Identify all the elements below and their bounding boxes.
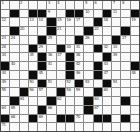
white-cell-r14c13[interactable] [112, 115, 120, 123]
white-cell-r13c11[interactable]: 67 [94, 106, 102, 114]
white-cell-r1c7[interactable]: 4 [57, 1, 65, 9]
white-cell-r6c1[interactable]: 28 [1, 45, 9, 53]
clue-number: 63 [94, 97, 99, 101]
white-cell-r14c2[interactable]: 68 [10, 115, 18, 123]
white-cell-r11c8[interactable]: 58 [66, 88, 74, 96]
white-cell-r11c4[interactable]: 56 [29, 88, 37, 96]
clue-number: 60 [103, 88, 108, 92]
white-cell-r4c15[interactable] [131, 27, 139, 35]
clue-number: 9 [47, 10, 50, 14]
black-cell-r2c2 [10, 10, 18, 18]
white-cell-r2c14[interactable] [121, 10, 129, 18]
white-cell-r3c15[interactable]: 19 [131, 18, 139, 26]
white-cell-r10c11[interactable] [94, 80, 102, 88]
white-cell-r15c6[interactable] [47, 123, 55, 131]
white-cell-r8c7[interactable] [57, 62, 65, 70]
black-cell-r9c11 [94, 71, 102, 79]
black-cell-r7c12 [103, 53, 111, 61]
black-cell-r2c15 [131, 10, 139, 18]
clue-number: 42 [75, 62, 80, 66]
clue-number: 65 [10, 106, 15, 110]
white-cell-r11c5[interactable]: 57 [38, 88, 46, 96]
white-cell-r5c2[interactable]: 24 [10, 36, 18, 44]
white-cell-r6c10[interactable] [84, 45, 92, 53]
clue-number: 39 [112, 53, 117, 57]
white-cell-r12c5[interactable] [38, 97, 46, 105]
black-cell-r5c5 [38, 36, 46, 44]
clue-number: 11 [112, 10, 117, 14]
black-cell-r4c2 [10, 27, 18, 35]
black-cell-r10c12 [103, 80, 111, 88]
black-cell-r2c4 [29, 10, 37, 18]
white-cell-r13c8[interactable] [66, 106, 74, 114]
white-cell-r15c5[interactable] [38, 123, 46, 131]
white-cell-r1c3[interactable]: 2 [20, 1, 28, 9]
white-cell-r15c13[interactable] [112, 123, 120, 131]
clue-number: 16 [66, 18, 71, 22]
black-cell-r11c7 [57, 88, 65, 96]
white-cell-r11c6[interactable] [47, 88, 55, 96]
clue-number: 66 [47, 106, 52, 110]
clue-number: 6 [94, 1, 97, 5]
clue-number: 17 [75, 18, 80, 22]
white-cell-r1c10[interactable]: 5 [84, 1, 92, 9]
white-cell-r6c13[interactable]: 33 [112, 45, 120, 53]
clue-number: 15 [57, 18, 62, 22]
white-cell-r15c3[interactable] [20, 123, 28, 131]
white-cell-r4c7[interactable]: 21 [57, 27, 65, 35]
white-cell-r14c6[interactable] [47, 115, 55, 123]
white-cell-r6c6[interactable] [47, 45, 55, 53]
white-cell-r15c11[interactable] [94, 123, 102, 131]
white-cell-r13c1[interactable]: 64 [1, 106, 9, 114]
clue-number: 56 [29, 88, 34, 92]
white-cell-r8c6[interactable]: 41 [47, 62, 55, 70]
white-cell-r7c3[interactable] [20, 53, 28, 61]
white-cell-r12c4[interactable] [29, 97, 37, 105]
white-cell-r13c13[interactable] [112, 106, 120, 114]
clue-number: 26 [84, 36, 89, 40]
clue-number: 51 [47, 80, 52, 84]
black-cell-r8c8 [66, 62, 74, 70]
white-cell-r8c2[interactable]: 40 [10, 62, 18, 70]
clue-number: 22 [94, 27, 99, 31]
white-cell-r10c4[interactable]: 50 [29, 80, 37, 88]
clue-number: 61 [20, 97, 25, 101]
white-cell-r8c14[interactable] [121, 62, 129, 70]
white-cell-r13c6[interactable]: 66 [47, 106, 55, 114]
white-cell-r11c14[interactable] [121, 88, 129, 96]
white-cell-r2c6[interactable]: 9 [47, 10, 55, 18]
white-cell-r10c2[interactable] [10, 80, 18, 88]
white-cell-r8c9[interactable]: 42 [75, 62, 83, 70]
white-cell-r10c13[interactable]: 54 [112, 80, 120, 88]
black-cell-r8c15 [131, 62, 139, 70]
white-cell-r9c15[interactable]: 48 [131, 71, 139, 79]
black-cell-r2c8 [66, 10, 74, 18]
white-cell-r8c3[interactable] [20, 62, 28, 70]
white-cell-r2c1[interactable] [1, 10, 9, 18]
white-cell-r3c4[interactable]: 13 [29, 18, 37, 26]
black-cell-r4c6 [47, 27, 55, 35]
clue-number: 10 [84, 10, 89, 14]
white-cell-r10c10[interactable]: 53 [84, 80, 92, 88]
white-cell-r9c2[interactable] [10, 71, 18, 79]
black-cell-r14c4 [29, 115, 37, 123]
clue-number: 32 [103, 45, 108, 49]
white-cell-r5c12[interactable] [103, 36, 111, 44]
clue-number: 27 [121, 36, 126, 40]
black-cell-r14c7 [57, 115, 65, 123]
black-cell-r9c4 [29, 71, 37, 79]
white-cell-r8c12[interactable]: 43 [103, 62, 111, 70]
black-cell-r14c14 [121, 115, 129, 123]
white-cell-r3c5[interactable]: 14 [38, 18, 46, 26]
white-cell-r4c3[interactable]: 20 [20, 27, 28, 35]
white-cell-r5c14[interactable]: 27 [121, 36, 129, 44]
clue-number: 54 [112, 80, 117, 84]
black-cell-r10c9 [75, 80, 83, 88]
white-cell-r12c3[interactable]: 61 [20, 97, 28, 105]
white-cell-r6c12[interactable]: 32 [103, 45, 111, 53]
black-cell-r4c10 [84, 27, 92, 35]
clue-number: 43 [103, 62, 108, 66]
white-cell-r10c15[interactable] [131, 80, 139, 88]
black-cell-r8c1 [1, 62, 9, 70]
white-cell-r4c1[interactable] [1, 27, 9, 35]
white-cell-r7c10[interactable] [84, 53, 92, 61]
white-cell-r2c13[interactable]: 11 [112, 10, 120, 18]
white-cell-r5c6[interactable]: 25 [47, 36, 55, 44]
white-cell-r9c13[interactable] [112, 71, 120, 79]
white-cell-r10c14[interactable] [121, 80, 129, 88]
white-cell-r3c8[interactable]: 16 [66, 18, 74, 26]
black-cell-r12c6 [47, 97, 55, 105]
black-cell-r12c10 [84, 97, 92, 105]
clue-number: 40 [10, 62, 15, 66]
white-cell-r9c10[interactable] [84, 71, 92, 79]
white-cell-r6c5[interactable]: 29 [38, 45, 46, 53]
clue-number: 4 [57, 1, 60, 5]
clue-number: 45 [38, 71, 43, 75]
white-cell-r4c12[interactable] [103, 27, 111, 35]
clue-number: 28 [1, 45, 6, 49]
white-cell-r15c12[interactable] [103, 123, 111, 131]
clue-number: 70 [75, 115, 80, 119]
white-cell-r14c9[interactable]: 70 [75, 115, 83, 123]
white-cell-r4c8[interactable] [66, 27, 74, 35]
white-cell-r5c4[interactable] [29, 36, 37, 44]
white-cell-r1c13[interactable]: 7 [112, 1, 120, 9]
clue-number: 64 [1, 106, 6, 110]
white-cell-r13c15[interactable] [131, 106, 139, 114]
clue-number: 68 [10, 115, 15, 119]
clue-number: 49 [1, 80, 6, 84]
white-cell-r11c10[interactable] [84, 88, 92, 96]
clue-number: 3 [47, 1, 50, 5]
clue-number: 19 [131, 18, 136, 22]
white-cell-r9c6[interactable] [47, 71, 55, 79]
black-cell-r6c7 [57, 45, 65, 53]
clue-number: 5 [84, 1, 87, 5]
white-cell-r7c13[interactable]: 39 [112, 53, 120, 61]
clue-number: 8 [121, 1, 124, 5]
clue-number: 58 [66, 88, 71, 92]
white-cell-r14c5[interactable]: 69 [38, 115, 46, 123]
white-cell-r5c8[interactable] [66, 36, 74, 44]
black-cell-r5c13 [112, 36, 120, 44]
white-cell-r1c2[interactable] [10, 1, 18, 9]
clue-number: 13 [29, 18, 34, 22]
white-cell-r8c13[interactable] [112, 62, 120, 70]
white-cell-r7c2[interactable] [10, 53, 18, 61]
white-cell-r7c9[interactable]: 38 [75, 53, 83, 61]
white-cell-r11c1[interactable]: 55 [1, 88, 9, 96]
white-cell-r10c7[interactable] [57, 80, 65, 88]
white-cell-r6c8[interactable]: 30 [66, 45, 74, 53]
white-cell-r3c2[interactable] [10, 18, 18, 26]
black-cell-r14c12 [103, 115, 111, 123]
white-cell-r9c9[interactable]: 46 [75, 71, 83, 79]
white-cell-r11c15[interactable] [131, 88, 139, 96]
black-cell-r12c14 [121, 97, 129, 105]
white-cell-r12c7[interactable]: 62 [57, 97, 65, 105]
white-cell-r4c11[interactable]: 22 [94, 27, 102, 35]
white-cell-r15c15[interactable] [131, 123, 139, 131]
white-cell-r9c14[interactable] [121, 71, 129, 79]
white-cell-r5c10[interactable]: 26 [84, 36, 92, 44]
black-cell-r13c5 [38, 106, 46, 114]
white-cell-r14c3[interactable] [20, 115, 28, 123]
clue-number: 18 [103, 18, 108, 22]
white-cell-r11c13[interactable] [112, 88, 120, 96]
white-cell-r6c3[interactable] [20, 45, 28, 53]
clue-number: 31 [75, 45, 80, 49]
white-cell-r11c9[interactable]: 59 [75, 88, 83, 96]
white-cell-r1c6[interactable]: 3 [47, 1, 55, 9]
clue-number: 37 [57, 53, 62, 57]
white-cell-r15c4[interactable] [29, 123, 37, 131]
white-cell-r15c8[interactable] [66, 123, 74, 131]
black-cell-r8c11 [94, 62, 102, 70]
white-cell-r14c15[interactable] [131, 115, 139, 123]
black-cell-r2c12 [103, 10, 111, 18]
white-cell-r13c12[interactable] [103, 106, 111, 114]
white-cell-r7c4[interactable]: 35 [29, 53, 37, 61]
black-cell-r14c1 [1, 115, 9, 123]
white-cell-r10c1[interactable]: 49 [1, 80, 9, 88]
white-cell-r3c14[interactable] [121, 18, 129, 26]
white-cell-r3c3[interactable] [20, 18, 28, 26]
white-cell-r2c10[interactable]: 10 [84, 10, 92, 18]
white-cell-r12c11[interactable]: 63 [94, 97, 102, 105]
black-cell-r12c2 [10, 97, 18, 105]
white-cell-r9c1[interactable]: 44 [1, 71, 9, 79]
white-cell-r3c13[interactable] [112, 18, 120, 26]
white-cell-r4c13[interactable] [112, 27, 120, 35]
white-cell-r12c1[interactable] [1, 97, 9, 105]
white-cell-r12c8[interactable] [66, 97, 74, 105]
white-cell-r1c1[interactable]: 1 [1, 1, 9, 9]
black-cell-r14c11 [94, 115, 102, 123]
clue-number: 57 [38, 88, 43, 92]
white-cell-r1c12[interactable] [103, 1, 111, 9]
black-cell-r7c8 [66, 53, 74, 61]
clue-number: 24 [10, 36, 15, 40]
white-cell-r1c15[interactable] [131, 1, 139, 9]
clue-number: 21 [57, 27, 62, 31]
black-cell-r2c5 [38, 10, 46, 18]
white-cell-r7c7[interactable]: 37 [57, 53, 65, 61]
white-cell-r12c13[interactable] [112, 97, 120, 105]
white-cell-r1c11[interactable]: 6 [94, 1, 102, 9]
white-cell-r5c7[interactable] [57, 36, 65, 44]
white-cell-r1c8[interactable] [66, 1, 74, 9]
white-cell-r2c11[interactable] [94, 10, 102, 18]
clue-number: 36 [47, 53, 52, 57]
white-cell-r6c14[interactable] [121, 45, 129, 53]
white-cell-r3c7[interactable]: 15 [57, 18, 65, 26]
clue-number: 50 [29, 80, 34, 84]
white-cell-r9c3[interactable] [20, 71, 28, 79]
clue-number: 62 [57, 97, 62, 101]
clue-number: 59 [75, 88, 80, 92]
white-cell-r10c6[interactable]: 51 [47, 80, 55, 88]
clue-number: 41 [47, 62, 52, 66]
clue-number: 33 [112, 45, 117, 49]
white-cell-r5c11[interactable] [94, 36, 102, 44]
white-cell-r5c3[interactable] [20, 36, 28, 44]
white-cell-r11c12[interactable]: 60 [103, 88, 111, 96]
white-cell-r4c9[interactable] [75, 27, 83, 35]
black-cell-r7c5 [38, 53, 46, 61]
white-cell-r13c3[interactable] [20, 106, 28, 114]
clue-number: 7 [112, 1, 115, 5]
white-cell-r7c11[interactable] [94, 53, 102, 61]
white-cell-r3c12[interactable]: 18 [103, 18, 111, 26]
white-cell-r3c9[interactable]: 17 [75, 18, 83, 26]
clue-number: 71 [1, 123, 6, 127]
white-cell-r15c14[interactable] [121, 123, 129, 131]
clue-number: 69 [38, 115, 43, 119]
clue-number: 1 [1, 1, 4, 5]
white-cell-r13c14[interactable] [121, 106, 129, 114]
black-cell-r13c10 [84, 106, 92, 114]
black-cell-r4c14 [121, 27, 129, 35]
white-cell-r13c7[interactable] [57, 106, 65, 114]
white-cell-r15c1[interactable]: 71 [1, 123, 9, 131]
black-cell-r11c11 [94, 88, 102, 96]
black-cell-r3c6 [47, 18, 55, 26]
clue-number: 38 [75, 53, 80, 57]
white-cell-r13c4[interactable] [29, 106, 37, 114]
white-cell-r7c14[interactable] [121, 53, 129, 61]
black-cell-r6c4 [29, 45, 37, 53]
black-cell-r8c5 [38, 62, 46, 70]
black-cell-r9c8 [66, 71, 74, 79]
white-cell-r9c12[interactable]: 47 [103, 71, 111, 79]
black-cell-r2c9 [75, 10, 83, 18]
white-cell-r7c6[interactable]: 36 [47, 53, 55, 61]
white-cell-r15c9[interactable] [75, 123, 83, 131]
white-cell-r11c2[interactable] [10, 88, 18, 96]
white-cell-r4c4[interactable] [29, 27, 37, 35]
white-cell-r2c3[interactable] [20, 10, 28, 18]
clue-number: 55 [1, 88, 6, 92]
white-cell-r6c2[interactable] [10, 45, 18, 53]
white-cell-r13c2[interactable]: 65 [10, 106, 18, 114]
clue-number: 67 [94, 106, 99, 110]
clue-number: 44 [1, 71, 6, 75]
clue-number: 29 [38, 45, 43, 49]
white-cell-r8c4[interactable] [29, 62, 37, 70]
black-cell-r14c8 [66, 115, 74, 123]
clue-number: 46 [75, 71, 80, 75]
white-cell-r8c10[interactable] [84, 62, 92, 70]
white-cell-r12c15[interactable] [131, 97, 139, 105]
clue-number: 48 [131, 71, 136, 75]
clue-number: 23 [1, 36, 6, 40]
white-cell-r15c2[interactable] [10, 123, 18, 131]
white-cell-r15c10[interactable] [84, 123, 92, 131]
white-cell-r3c10[interactable] [84, 18, 92, 26]
clue-number: 20 [20, 27, 25, 31]
clue-number: 25 [47, 36, 52, 40]
white-cell-r1c5[interactable] [38, 1, 46, 9]
white-cell-r1c4[interactable] [29, 1, 37, 9]
black-cell-r10c5 [38, 80, 46, 88]
clue-number: 47 [103, 71, 108, 75]
black-cell-r3c11 [94, 18, 102, 26]
white-cell-r2c7[interactable] [57, 10, 65, 18]
white-cell-r3c1[interactable]: 12 [1, 18, 9, 26]
clue-number: 53 [84, 80, 89, 84]
white-cell-r7c1[interactable]: 34 [1, 53, 9, 61]
white-cell-r6c15[interactable] [131, 45, 139, 53]
white-cell-r9c7[interactable] [57, 71, 65, 79]
white-cell-r9c5[interactable]: 45 [38, 71, 46, 79]
white-cell-r7c15[interactable] [131, 53, 139, 61]
black-cell-r6c11 [94, 45, 102, 53]
white-cell-r4c5[interactable] [38, 27, 46, 35]
black-cell-r11c3 [20, 88, 28, 96]
white-cell-r12c9[interactable] [75, 97, 83, 105]
clue-number: 12 [1, 18, 6, 22]
clue-number: 14 [38, 18, 43, 22]
clue-number: 35 [29, 53, 34, 57]
clue-number: 30 [66, 45, 71, 49]
white-cell-r6c9[interactable]: 31 [75, 45, 83, 53]
white-cell-r5c15[interactable] [131, 36, 139, 44]
white-cell-r15c7[interactable] [57, 123, 65, 131]
clue-number: 2 [20, 1, 23, 5]
black-cell-r5c9 [75, 36, 83, 44]
white-cell-r12c12[interactable] [103, 97, 111, 105]
clue-number: 52 [66, 80, 71, 84]
crossword-grid: 1234567891011121314151617181920212223242… [0, 0, 140, 132]
clue-number: 34 [1, 53, 6, 57]
white-cell-r13c9[interactable] [75, 106, 83, 114]
white-cell-r1c9[interactable] [75, 1, 83, 9]
white-cell-r10c8[interactable]: 52 [66, 80, 74, 88]
white-cell-r1c14[interactable]: 8 [121, 1, 129, 9]
white-cell-r5c1[interactable]: 23 [1, 36, 9, 44]
white-cell-r14c10[interactable] [84, 115, 92, 123]
white-cell-r10c3[interactable] [20, 80, 28, 88]
